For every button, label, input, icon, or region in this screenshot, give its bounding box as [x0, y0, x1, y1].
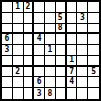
cell-r1c3: 2 — [24, 2, 35, 13]
cell-r4c2[interactable] — [13, 34, 24, 45]
cell-r7c6[interactable] — [56, 67, 67, 78]
cell-r3c8[interactable] — [77, 24, 88, 35]
cell-r1c7[interactable] — [67, 2, 78, 13]
cell-r5c1: 3 — [2, 45, 13, 56]
cell-r5c7[interactable] — [67, 45, 78, 56]
cell-r6c1[interactable] — [2, 56, 13, 67]
cell-r6c9[interactable] — [88, 56, 99, 67]
cell-r4c9[interactable] — [88, 34, 99, 45]
cell-r9c8[interactable] — [77, 88, 88, 99]
cell-r1c4[interactable] — [34, 2, 45, 13]
cell-r4c1: 6 — [2, 34, 13, 45]
cell-r5c6[interactable] — [56, 45, 67, 56]
cell-r7c8[interactable] — [77, 67, 88, 78]
cell-r3c7[interactable] — [67, 24, 78, 35]
cell-r3c4[interactable] — [34, 24, 45, 35]
cell-r1c9[interactable] — [88, 2, 99, 13]
cell-r4c7[interactable] — [67, 34, 78, 45]
cell-r7c3[interactable] — [24, 67, 35, 78]
cell-r3c6: 8 — [56, 24, 67, 35]
cell-r8c7: 4 — [67, 77, 78, 88]
cell-r8c2[interactable] — [13, 77, 24, 88]
cell-r3c5[interactable] — [45, 24, 56, 35]
cell-r2c9[interactable] — [88, 13, 99, 24]
cell-r9c3[interactable] — [24, 88, 35, 99]
cell-r9c4: 3 — [34, 88, 45, 99]
sudoku-puzzle: 12538643112756438 — [0, 0, 101, 101]
cell-r4c4: 4 — [34, 34, 45, 45]
cell-r9c2[interactable] — [13, 88, 24, 99]
cell-r3c2[interactable] — [13, 24, 24, 35]
cell-r8c9[interactable] — [88, 77, 99, 88]
cell-r8c8[interactable] — [77, 77, 88, 88]
cell-r5c9[interactable] — [88, 45, 99, 56]
cell-r2c4[interactable] — [34, 13, 45, 24]
cell-r5c8[interactable] — [77, 45, 88, 56]
cell-r7c9: 5 — [88, 67, 99, 78]
cell-r8c3[interactable] — [24, 77, 35, 88]
cell-r8c5[interactable] — [45, 77, 56, 88]
cell-r2c7[interactable] — [67, 13, 78, 24]
cell-r4c3[interactable] — [24, 34, 35, 45]
cell-r2c8: 3 — [77, 13, 88, 24]
cell-r3c3[interactable] — [24, 24, 35, 35]
cell-r8c1[interactable] — [2, 77, 13, 88]
cell-r2c1[interactable] — [2, 13, 13, 24]
cell-r7c1[interactable] — [2, 67, 13, 78]
cell-r4c5[interactable] — [45, 34, 56, 45]
cell-r9c1[interactable] — [2, 88, 13, 99]
cell-r7c7: 7 — [67, 67, 78, 78]
cell-r3c1[interactable] — [2, 24, 13, 35]
cell-r5c2[interactable] — [13, 45, 24, 56]
cell-r4c8[interactable] — [77, 34, 88, 45]
cell-r8c4: 6 — [34, 77, 45, 88]
cell-r2c5[interactable] — [45, 13, 56, 24]
cell-r9c5: 8 — [45, 88, 56, 99]
cell-r9c6[interactable] — [56, 88, 67, 99]
cell-r2c6: 5 — [56, 13, 67, 24]
cell-r8c6[interactable] — [56, 77, 67, 88]
cell-r1c2: 1 — [13, 2, 24, 13]
cell-r5c3[interactable] — [24, 45, 35, 56]
cell-r9c9[interactable] — [88, 88, 99, 99]
cell-r6c3[interactable] — [24, 56, 35, 67]
cell-r5c5: 1 — [45, 45, 56, 56]
cell-r1c6[interactable] — [56, 2, 67, 13]
cell-r6c6[interactable] — [56, 56, 67, 67]
cell-r9c7[interactable] — [67, 88, 78, 99]
cell-r3c9[interactable] — [88, 24, 99, 35]
cell-r2c2[interactable] — [13, 13, 24, 24]
cell-r7c4[interactable] — [34, 67, 45, 78]
cell-r6c7: 1 — [67, 56, 78, 67]
cell-r7c5[interactable] — [45, 67, 56, 78]
cell-r4c6[interactable] — [56, 34, 67, 45]
sudoku-board: 12538643112756438 — [0, 0, 101, 101]
cell-r6c4[interactable] — [34, 56, 45, 67]
cell-r1c1[interactable] — [2, 2, 13, 13]
cell-r6c8[interactable] — [77, 56, 88, 67]
cell-r5c4[interactable] — [34, 45, 45, 56]
cell-r6c5[interactable] — [45, 56, 56, 67]
cell-r7c2: 2 — [13, 67, 24, 78]
cell-r1c8[interactable] — [77, 2, 88, 13]
cell-r6c2[interactable] — [13, 56, 24, 67]
cell-r1c5[interactable] — [45, 2, 56, 13]
cell-r2c3[interactable] — [24, 13, 35, 24]
